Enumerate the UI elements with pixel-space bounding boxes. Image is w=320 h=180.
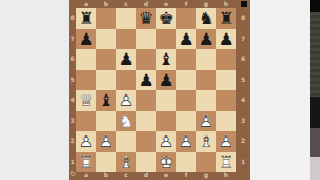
file-labels-top: abcdefgh <box>76 0 236 8</box>
square-h3[interactable] <box>216 111 236 132</box>
square-d3[interactable] <box>136 111 156 132</box>
rank-label-3: 3 <box>69 111 76 132</box>
square-g8[interactable]: ♞ <box>196 8 216 29</box>
black-queen: ♛ <box>136 8 156 29</box>
black-pawn: ♟ <box>216 29 236 50</box>
white-pawn: ♟♙ <box>156 131 176 152</box>
white-king: ♚♔ <box>156 152 176 173</box>
square-f1[interactable] <box>176 152 196 173</box>
white-bishop: ♝♗ <box>196 131 216 152</box>
black-rook: ♜ <box>76 8 96 29</box>
square-b4[interactable]: ♝ <box>96 90 116 111</box>
file-label-b: b <box>96 0 116 8</box>
square-f7[interactable]: ♟ <box>176 29 196 50</box>
rank-label-5: 5 <box>69 70 76 91</box>
file-label-e: e <box>156 171 176 180</box>
square-h4[interactable] <box>216 90 236 111</box>
square-h5[interactable] <box>216 70 236 91</box>
square-b1[interactable] <box>96 152 116 173</box>
square-f3[interactable] <box>176 111 196 132</box>
file-label-a: a <box>76 171 96 180</box>
rank-labels-left: 87654321 <box>69 8 76 172</box>
square-a1[interactable]: ♜♖ <box>76 152 96 173</box>
square-c4[interactable]: ♟♙ <box>116 90 136 111</box>
white-rook: ♜♖ <box>76 152 96 173</box>
file-label-g: g <box>196 0 216 8</box>
square-f2[interactable]: ♟♙ <box>176 131 196 152</box>
square-g1[interactable] <box>196 152 216 173</box>
black-pawn: ♟ <box>136 70 156 91</box>
file-label-f: f <box>176 171 196 180</box>
rank-label-6: 6 <box>69 49 76 70</box>
square-d8[interactable]: ♛ <box>136 8 156 29</box>
square-e1[interactable]: ♚♔ <box>156 152 176 173</box>
square-g7[interactable]: ♟ <box>196 29 216 50</box>
square-b5[interactable] <box>96 70 116 91</box>
square-a5[interactable] <box>76 70 96 91</box>
square-e6[interactable]: ♝ <box>156 49 176 70</box>
square-c1[interactable]: ♝♗ <box>116 152 136 173</box>
black-pawn: ♟ <box>156 70 176 91</box>
white-pawn: ♟♙ <box>196 111 216 132</box>
black-pawn: ♟ <box>116 49 136 70</box>
square-h8[interactable]: ♜ <box>216 8 236 29</box>
square-b2[interactable]: ♟♙ <box>96 131 116 152</box>
square-e8[interactable]: ♚ <box>156 8 176 29</box>
black-bishop: ♝ <box>156 49 176 70</box>
square-e3[interactable] <box>156 111 176 132</box>
square-d7[interactable] <box>136 29 156 50</box>
square-b7[interactable] <box>96 29 116 50</box>
rank-label-7: 7 <box>69 29 76 50</box>
square-h2[interactable]: ♟♙ <box>216 131 236 152</box>
square-d2[interactable] <box>136 131 156 152</box>
white-pawn: ♟♙ <box>116 90 136 111</box>
white-pawn: ♟♙ <box>176 131 196 152</box>
white-queen: ♛♕ <box>76 90 96 111</box>
rank-label-6: 6 <box>236 49 250 70</box>
video-strip-segment <box>310 128 320 157</box>
square-f8[interactable] <box>176 8 196 29</box>
video-strip-segment <box>310 97 320 128</box>
square-h6[interactable] <box>216 49 236 70</box>
square-f5[interactable] <box>176 70 196 91</box>
rank-labels-right: 87654321 <box>236 8 250 172</box>
rank-label-8: 8 <box>236 8 250 29</box>
square-g6[interactable] <box>196 49 216 70</box>
file-label-f: f <box>176 0 196 8</box>
square-c5[interactable] <box>116 70 136 91</box>
square-g3[interactable]: ♟♙ <box>196 111 216 132</box>
square-a2[interactable]: ♟♙ <box>76 131 96 152</box>
white-rook: ♜♖ <box>216 152 236 173</box>
file-label-c: c <box>116 171 136 180</box>
black-rook: ♜ <box>216 8 236 29</box>
square-g4[interactable] <box>196 90 216 111</box>
square-b8[interactable] <box>96 8 116 29</box>
square-a3[interactable] <box>76 111 96 132</box>
square-e2[interactable]: ♟♙ <box>156 131 176 152</box>
square-g5[interactable] <box>196 70 216 91</box>
square-b3[interactable] <box>96 111 116 132</box>
chess-board-grid: ♜♛♚♞♜♟♟♟♟♟♝♟♟♛♕♝♟♙♞♘♟♙♟♙♟♙♟♙♟♙♝♗♟♙♜♖♝♗♚♔… <box>76 8 236 172</box>
file-labels-bottom: abcdefgh <box>76 171 236 180</box>
square-d1[interactable] <box>136 152 156 173</box>
black-to-move-indicator <box>241 1 247 7</box>
file-label-c: c <box>116 0 136 8</box>
video-strip-segment <box>310 0 320 12</box>
rank-label-4: 4 <box>236 90 250 111</box>
file-label-b: b <box>96 171 116 180</box>
square-d4[interactable] <box>136 90 156 111</box>
rank-label-5: 5 <box>236 70 250 91</box>
adjacent-video-strip <box>310 0 320 180</box>
square-a6[interactable] <box>76 49 96 70</box>
rank-label-3: 3 <box>236 111 250 132</box>
rank-label-7: 7 <box>236 29 250 50</box>
file-label-h: h <box>216 171 236 180</box>
white-knight: ♞♘ <box>116 111 136 132</box>
chess-board-frame: abcdefgh abcdefgh 87654321 87654321 ↻ ♜♛… <box>69 0 250 180</box>
left-background-panel <box>0 0 69 180</box>
square-c6[interactable]: ♟ <box>116 49 136 70</box>
black-knight: ♞ <box>196 8 216 29</box>
white-bishop: ♝♗ <box>116 152 136 173</box>
rank-label-2: 2 <box>236 131 250 152</box>
white-pawn: ♟♙ <box>96 131 116 152</box>
file-label-g: g <box>196 171 216 180</box>
square-e7[interactable] <box>156 29 176 50</box>
file-label-a: a <box>76 0 96 8</box>
square-c2[interactable] <box>116 131 136 152</box>
file-label-d: d <box>136 171 156 180</box>
square-g2[interactable]: ♝♗ <box>196 131 216 152</box>
black-pawn: ♟ <box>176 29 196 50</box>
rank-label-8: 8 <box>69 8 76 29</box>
black-pawn: ♟ <box>196 29 216 50</box>
square-c8[interactable] <box>116 8 136 29</box>
rank-label-2: 2 <box>69 131 76 152</box>
square-b6[interactable] <box>96 49 116 70</box>
file-label-d: d <box>136 0 156 8</box>
square-c7[interactable] <box>116 29 136 50</box>
black-bishop: ♝ <box>96 90 116 111</box>
square-a4[interactable]: ♛♕ <box>76 90 96 111</box>
rank-label-4: 4 <box>69 90 76 111</box>
square-f4[interactable] <box>176 90 196 111</box>
video-strip-segment <box>310 157 320 180</box>
black-king: ♚ <box>156 8 176 29</box>
square-d6[interactable] <box>136 49 156 70</box>
white-pawn: ♟♙ <box>216 131 236 152</box>
square-h1[interactable]: ♜♖ <box>216 152 236 173</box>
square-d5[interactable]: ♟ <box>136 70 156 91</box>
file-label-e: e <box>156 0 176 8</box>
white-pawn: ♟♙ <box>76 131 96 152</box>
file-label-h: h <box>216 0 236 8</box>
square-a8[interactable]: ♜ <box>76 8 96 29</box>
right-background-panel <box>250 0 310 180</box>
square-e5[interactable]: ♟ <box>156 70 176 91</box>
black-pawn: ♟ <box>76 29 96 50</box>
square-f6[interactable] <box>176 49 196 70</box>
square-a7[interactable]: ♟ <box>76 29 96 50</box>
square-h7[interactable]: ♟ <box>216 29 236 50</box>
screenshot-stage: abcdefgh abcdefgh 87654321 87654321 ↻ ♜♛… <box>0 0 320 180</box>
video-strip-segment <box>310 12 320 97</box>
rank-label-1: 1 <box>236 152 250 173</box>
square-e4[interactable] <box>156 90 176 111</box>
square-c3[interactable]: ♞♘ <box>116 111 136 132</box>
